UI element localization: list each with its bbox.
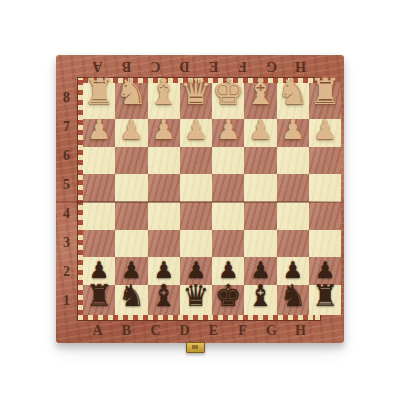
rank-label-left-4: 4 bbox=[56, 199, 77, 228]
square-h5[interactable] bbox=[309, 174, 341, 202]
light-rook-h8[interactable]: ♜ bbox=[309, 74, 341, 110]
chess-box: ABCDEFGH ABCDEFGH 87654321 87654321 ♜♞♝♛… bbox=[56, 55, 344, 343]
square-e3[interactable] bbox=[212, 230, 244, 258]
file-label-bottom-a: A bbox=[83, 319, 112, 343]
square-g5[interactable] bbox=[277, 174, 309, 202]
square-h6[interactable] bbox=[309, 147, 341, 175]
square-a6[interactable] bbox=[83, 147, 115, 175]
light-pawn-g7[interactable]: ♟ bbox=[281, 116, 305, 143]
dark-bishop-f1[interactable]: ♝ bbox=[247, 281, 274, 311]
brass-clasp bbox=[186, 342, 205, 353]
rank-label-left-1: 1 bbox=[56, 286, 77, 315]
square-e1[interactable]: ♚ bbox=[212, 285, 244, 315]
light-bishop-f8[interactable]: ♝ bbox=[244, 74, 276, 110]
square-e5[interactable] bbox=[212, 174, 244, 202]
dark-king-e1[interactable]: ♚ bbox=[215, 281, 242, 311]
light-knight-b8[interactable]: ♞ bbox=[115, 74, 147, 110]
square-b4[interactable] bbox=[115, 202, 147, 230]
file-label-bottom-b: B bbox=[112, 319, 141, 343]
square-g3[interactable] bbox=[277, 230, 309, 258]
square-d6[interactable] bbox=[180, 147, 212, 175]
square-f3[interactable] bbox=[244, 230, 276, 258]
square-d5[interactable] bbox=[180, 174, 212, 202]
light-queen-d8[interactable]: ♛ bbox=[180, 74, 212, 110]
rank-label-left-5: 5 bbox=[56, 170, 77, 199]
square-a7[interactable]: ♟ bbox=[83, 119, 115, 147]
light-rook-a8[interactable]: ♜ bbox=[83, 74, 115, 110]
square-f5[interactable] bbox=[244, 174, 276, 202]
dark-queen-d1[interactable]: ♛ bbox=[183, 281, 210, 311]
square-g6[interactable] bbox=[277, 147, 309, 175]
file-label-bottom-h: H bbox=[286, 319, 315, 343]
file-labels-bottom: ABCDEFGH bbox=[83, 319, 315, 343]
square-b6[interactable] bbox=[115, 147, 147, 175]
light-pawn-h7[interactable]: ♟ bbox=[313, 116, 337, 143]
square-c5[interactable] bbox=[148, 174, 180, 202]
light-pawn-b7[interactable]: ♟ bbox=[119, 116, 143, 143]
dark-knight-g1[interactable]: ♞ bbox=[279, 281, 306, 311]
square-d1[interactable]: ♛ bbox=[180, 285, 212, 315]
square-e6[interactable] bbox=[212, 147, 244, 175]
square-d3[interactable] bbox=[180, 230, 212, 258]
square-h7[interactable]: ♟ bbox=[309, 119, 341, 147]
square-d7[interactable]: ♟ bbox=[180, 119, 212, 147]
square-b5[interactable] bbox=[115, 174, 147, 202]
square-d4[interactable] bbox=[180, 202, 212, 230]
rank-label-left-3: 3 bbox=[56, 228, 77, 257]
square-a1[interactable]: ♜ bbox=[83, 285, 115, 315]
square-f7[interactable]: ♟ bbox=[244, 119, 276, 147]
square-c3[interactable] bbox=[148, 230, 180, 258]
light-pawn-c7[interactable]: ♟ bbox=[152, 116, 176, 143]
rank-labels-left: 87654321 bbox=[56, 83, 77, 315]
dark-knight-b1[interactable]: ♞ bbox=[118, 281, 145, 311]
square-c6[interactable] bbox=[148, 147, 180, 175]
square-c7[interactable]: ♟ bbox=[148, 119, 180, 147]
chess-board: ♜♞♝♛♚♝♞♜♟♟♟♟♟♟♟♟♟♟♟♟♟♟♟♟♜♞♝♛♚♝♞♜ bbox=[83, 83, 315, 315]
dark-rook-h1[interactable]: ♜ bbox=[312, 281, 339, 311]
file-label-bottom-g: G bbox=[257, 319, 286, 343]
file-label-bottom-d: D bbox=[170, 319, 199, 343]
square-h3[interactable] bbox=[309, 230, 341, 258]
light-bishop-c8[interactable]: ♝ bbox=[148, 74, 180, 110]
light-pawn-a7[interactable]: ♟ bbox=[87, 116, 111, 143]
dark-rook-a1[interactable]: ♜ bbox=[86, 281, 113, 311]
square-b3[interactable] bbox=[115, 230, 147, 258]
light-pawn-f7[interactable]: ♟ bbox=[248, 116, 272, 143]
square-f6[interactable] bbox=[244, 147, 276, 175]
square-e7[interactable]: ♟ bbox=[212, 119, 244, 147]
fold-seam bbox=[56, 201, 344, 203]
square-f1[interactable]: ♝ bbox=[244, 285, 276, 315]
rank-label-left-7: 7 bbox=[56, 112, 77, 141]
light-king-e8[interactable]: ♚ bbox=[212, 74, 244, 110]
rank-label-left-6: 6 bbox=[56, 141, 77, 170]
square-c4[interactable] bbox=[148, 202, 180, 230]
square-g7[interactable]: ♟ bbox=[277, 119, 309, 147]
square-a5[interactable] bbox=[83, 174, 115, 202]
product-photo: ABCDEFGH ABCDEFGH 87654321 87654321 ♜♞♝♛… bbox=[0, 0, 400, 400]
dark-bishop-c1[interactable]: ♝ bbox=[150, 281, 177, 311]
square-b1[interactable]: ♞ bbox=[115, 285, 147, 315]
file-label-bottom-c: C bbox=[141, 319, 170, 343]
square-c1[interactable]: ♝ bbox=[148, 285, 180, 315]
rank-label-left-2: 2 bbox=[56, 257, 77, 286]
square-g1[interactable]: ♞ bbox=[277, 285, 309, 315]
square-b7[interactable]: ♟ bbox=[115, 119, 147, 147]
square-h4[interactable] bbox=[309, 202, 341, 230]
file-label-bottom-e: E bbox=[199, 319, 228, 343]
square-h1[interactable]: ♜ bbox=[309, 285, 341, 315]
light-knight-g8[interactable]: ♞ bbox=[277, 74, 309, 110]
light-pawn-e7[interactable]: ♟ bbox=[216, 116, 240, 143]
rank-label-left-8: 8 bbox=[56, 83, 77, 112]
square-a4[interactable] bbox=[83, 202, 115, 230]
light-pawn-d7[interactable]: ♟ bbox=[184, 116, 208, 143]
square-f4[interactable] bbox=[244, 202, 276, 230]
square-e4[interactable] bbox=[212, 202, 244, 230]
file-label-bottom-f: F bbox=[228, 319, 257, 343]
square-g4[interactable] bbox=[277, 202, 309, 230]
square-a3[interactable] bbox=[83, 230, 115, 258]
